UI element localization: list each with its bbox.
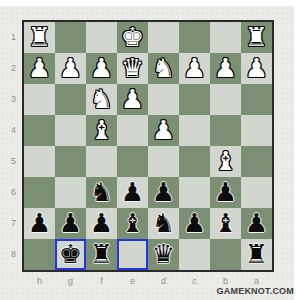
square-f3[interactable]: ♞ — [86, 84, 117, 115]
file-label-h: h — [24, 275, 55, 287]
file-label-g: g — [55, 275, 86, 287]
square-e1[interactable]: ♚ — [117, 22, 148, 53]
square-d7[interactable]: ♞ — [148, 208, 179, 239]
square-h2[interactable]: ♟ — [24, 53, 55, 84]
black-rook-f8[interactable]: ♜ — [90, 239, 113, 270]
white-pawn-e3[interactable]: ♟ — [121, 84, 144, 115]
square-f4[interactable]: ♝ — [86, 115, 117, 146]
square-c1[interactable] — [179, 22, 210, 53]
square-d2[interactable]: ♞ — [148, 53, 179, 84]
square-h1[interactable]: ♜ — [24, 22, 55, 53]
rank-label-2: 2 — [0, 53, 16, 84]
board-grid: ♜♚♜♟♟♟♛♞♟♟♟♞♟♝♟♝♞♟♟♟♟♟♟♝♞♟♝♟♚♜♛♜ — [24, 22, 272, 270]
square-b2[interactable]: ♟ — [210, 53, 241, 84]
black-bishop-b7[interactable]: ♝ — [214, 208, 237, 239]
white-pawn-c2[interactable]: ♟ — [183, 53, 206, 84]
square-g7[interactable]: ♟ — [55, 208, 86, 239]
file-label-d: d — [148, 275, 179, 287]
square-a8[interactable]: ♜ — [241, 239, 272, 270]
square-e5[interactable] — [117, 146, 148, 177]
square-b4[interactable] — [210, 115, 241, 146]
square-a6[interactable] — [241, 177, 272, 208]
file-label-c: c — [179, 275, 210, 287]
square-b5[interactable]: ♝ — [210, 146, 241, 177]
square-a4[interactable] — [241, 115, 272, 146]
black-pawn-d6[interactable]: ♟ — [152, 177, 175, 208]
black-pawn-b6[interactable]: ♟ — [214, 177, 237, 208]
square-h8[interactable] — [24, 239, 55, 270]
square-g2[interactable]: ♟ — [55, 53, 86, 84]
square-a3[interactable] — [241, 84, 272, 115]
black-rook-a8[interactable]: ♜ — [245, 239, 268, 270]
square-d6[interactable]: ♟ — [148, 177, 179, 208]
square-d1[interactable] — [148, 22, 179, 53]
white-pawn-a2[interactable]: ♟ — [245, 53, 268, 84]
square-h5[interactable] — [24, 146, 55, 177]
square-b6[interactable]: ♟ — [210, 177, 241, 208]
square-h3[interactable] — [24, 84, 55, 115]
square-b1[interactable] — [210, 22, 241, 53]
black-knight-f6[interactable]: ♞ — [90, 177, 113, 208]
rank-label-7: 7 — [0, 208, 16, 239]
square-f6[interactable]: ♞ — [86, 177, 117, 208]
gameknot-watermark: GAMEKNOT.COM — [217, 286, 294, 296]
square-e2[interactable]: ♛ — [117, 53, 148, 84]
square-d4[interactable]: ♟ — [148, 115, 179, 146]
square-d8[interactable]: ♛ — [148, 239, 179, 270]
square-c3[interactable] — [179, 84, 210, 115]
white-rook-a1[interactable]: ♜ — [245, 22, 268, 53]
square-h7[interactable]: ♟ — [24, 208, 55, 239]
white-pawn-b2[interactable]: ♟ — [214, 53, 237, 84]
square-d3[interactable] — [148, 84, 179, 115]
square-c6[interactable] — [179, 177, 210, 208]
square-h6[interactable] — [24, 177, 55, 208]
square-c5[interactable] — [179, 146, 210, 177]
rank-label-1: 1 — [0, 22, 16, 53]
square-e8[interactable] — [117, 239, 148, 270]
square-c7[interactable]: ♟ — [179, 208, 210, 239]
square-f5[interactable] — [86, 146, 117, 177]
square-f7[interactable]: ♟ — [86, 208, 117, 239]
black-pawn-h7[interactable]: ♟ — [28, 208, 51, 239]
white-knight-d2[interactable]: ♞ — [152, 53, 175, 84]
black-pawn-c7[interactable]: ♟ — [183, 208, 206, 239]
square-f8[interactable]: ♜ — [86, 239, 117, 270]
white-king-e1[interactable]: ♚ — [121, 22, 144, 53]
square-g5[interactable] — [55, 146, 86, 177]
rank-label-3: 3 — [0, 84, 16, 115]
square-b7[interactable]: ♝ — [210, 208, 241, 239]
square-a5[interactable] — [241, 146, 272, 177]
black-knight-d7[interactable]: ♞ — [152, 208, 175, 239]
square-c8[interactable] — [179, 239, 210, 270]
black-pawn-g7[interactable]: ♟ — [59, 208, 82, 239]
white-pawn-g2[interactable]: ♟ — [59, 53, 82, 84]
file-label-f: f — [86, 275, 117, 287]
square-c4[interactable] — [179, 115, 210, 146]
square-e4[interactable] — [117, 115, 148, 146]
square-g1[interactable] — [55, 22, 86, 53]
white-queen-e2[interactable]: ♛ — [121, 53, 144, 84]
white-rook-h1[interactable]: ♜ — [28, 22, 51, 53]
square-c2[interactable]: ♟ — [179, 53, 210, 84]
square-e6[interactable]: ♟ — [117, 177, 148, 208]
white-pawn-d4[interactable]: ♟ — [152, 115, 175, 146]
black-pawn-f7[interactable]: ♟ — [90, 208, 113, 239]
white-bishop-f4[interactable]: ♝ — [90, 115, 113, 146]
rank-label-8: 8 — [0, 239, 16, 270]
square-g8[interactable]: ♚ — [55, 239, 86, 270]
square-b8[interactable] — [210, 239, 241, 270]
file-label-e: e — [117, 275, 148, 287]
square-e3[interactable]: ♟ — [117, 84, 148, 115]
rank-labels: 12345678 — [0, 22, 16, 270]
square-g6[interactable] — [55, 177, 86, 208]
square-g4[interactable] — [55, 115, 86, 146]
black-queen-d8[interactable]: ♛ — [152, 239, 175, 270]
black-bishop-e7[interactable]: ♝ — [121, 208, 144, 239]
square-d5[interactable] — [148, 146, 179, 177]
rank-label-6: 6 — [0, 177, 16, 208]
white-bishop-b5[interactable]: ♝ — [214, 146, 237, 177]
square-b3[interactable] — [210, 84, 241, 115]
white-pawn-h2[interactable]: ♟ — [28, 53, 51, 84]
rank-label-5: 5 — [0, 146, 16, 177]
square-g3[interactable] — [55, 84, 86, 115]
black-pawn-e6[interactable]: ♟ — [121, 177, 144, 208]
square-h4[interactable] — [24, 115, 55, 146]
square-f2[interactable]: ♟ — [86, 53, 117, 84]
black-king-g8[interactable]: ♚ — [59, 239, 82, 270]
square-a1[interactable]: ♜ — [241, 22, 272, 53]
square-f1[interactable] — [86, 22, 117, 53]
square-a7[interactable]: ♟ — [241, 208, 272, 239]
square-a2[interactable]: ♟ — [241, 53, 272, 84]
white-knight-f3[interactable]: ♞ — [90, 84, 113, 115]
chess-board: ♜♚♜♟♟♟♛♞♟♟♟♞♟♝♟♝♞♟♟♟♟♟♟♝♞♟♝♟♚♜♛♜ — [22, 20, 274, 272]
square-e7[interactable]: ♝ — [117, 208, 148, 239]
white-pawn-f2[interactable]: ♟ — [90, 53, 113, 84]
black-pawn-a7[interactable]: ♟ — [245, 208, 268, 239]
rank-label-4: 4 — [0, 115, 16, 146]
